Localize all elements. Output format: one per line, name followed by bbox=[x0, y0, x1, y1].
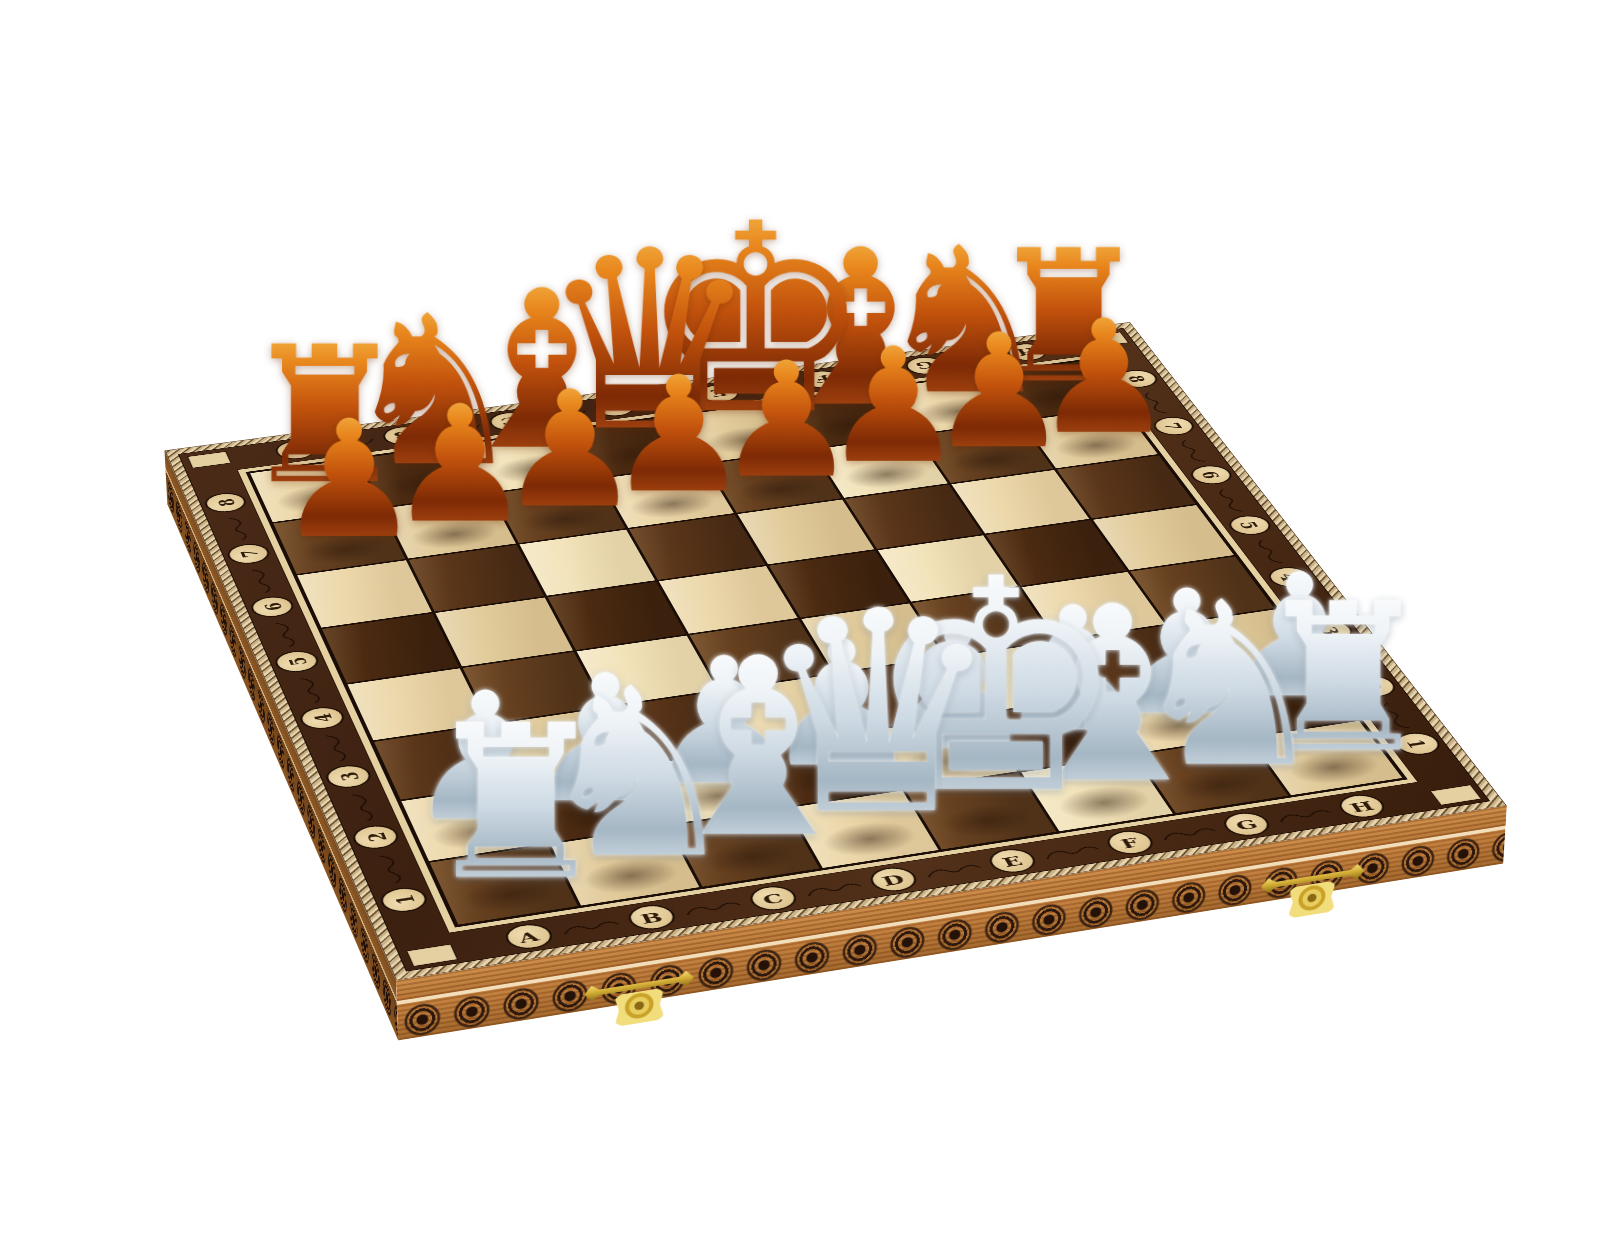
file-label-c-far: C bbox=[485, 410, 533, 432]
rank-label-5-right: 5 bbox=[1223, 513, 1276, 537]
scene-3d: AA88BB77CC66DD55EE44FF33GG22HH11 bbox=[0, 0, 1599, 1236]
file-label-e-far: E bbox=[695, 382, 743, 404]
scroll-ornament-icon bbox=[245, 567, 275, 594]
latch-filigree-icon bbox=[615, 988, 664, 1027]
scroll-ornament-icon bbox=[1139, 391, 1174, 415]
scroll-ornament-icon bbox=[745, 380, 798, 395]
scroll-ornament-icon bbox=[222, 515, 252, 541]
border-corner-inlay bbox=[1430, 785, 1482, 806]
file-label-h-far: H bbox=[1002, 341, 1051, 362]
rank-label-7-right: 7 bbox=[1148, 415, 1199, 438]
latch-filigree-icon bbox=[1288, 880, 1335, 918]
rank-label-6-right: 6 bbox=[1185, 463, 1237, 486]
border-corner-inlay bbox=[1084, 332, 1129, 348]
file-label-b-far: B bbox=[379, 424, 427, 447]
border-corner-inlay bbox=[406, 944, 458, 967]
scroll-ornament-icon bbox=[641, 394, 695, 409]
scroll-ornament-icon bbox=[535, 408, 589, 423]
file-label-g-far: G bbox=[901, 355, 950, 377]
scroll-ornament-icon bbox=[1213, 487, 1249, 513]
rank-label-8-left: 8 bbox=[201, 491, 249, 515]
file-label-a-far: A bbox=[272, 439, 320, 462]
scroll-ornament-icon bbox=[429, 422, 483, 437]
piece-clear-rook-a1[interactable]: ♜ bbox=[319, 697, 711, 909]
scroll-ornament-icon bbox=[323, 436, 377, 451]
scroll-ornament-icon bbox=[269, 621, 300, 649]
file-label-d-far: D bbox=[590, 396, 638, 418]
brass-latch-left bbox=[584, 969, 694, 1038]
scroll-ornament-icon bbox=[559, 918, 622, 938]
file-label-a-near: A bbox=[500, 921, 556, 952]
scroll-ornament-icon bbox=[950, 353, 1003, 367]
product-photo: AA88BB77CC66DD55EE44FF33GG22HH11 bbox=[0, 0, 1599, 1236]
rank-label-7-left: 7 bbox=[224, 541, 273, 565]
border-corner-inlay bbox=[187, 451, 232, 468]
rank-label-6-left: 6 bbox=[247, 594, 297, 619]
scroll-ornament-icon bbox=[848, 366, 901, 380]
scroll-ornament-icon bbox=[1175, 438, 1210, 463]
rank-label-8-right: 8 bbox=[1113, 368, 1163, 390]
chess-box: AA88BB77CC66DD55EE44FF33GG22HH11 bbox=[164, 322, 1506, 981]
brass-latch-right bbox=[1259, 862, 1365, 929]
file-label-f-far: F bbox=[798, 369, 846, 391]
